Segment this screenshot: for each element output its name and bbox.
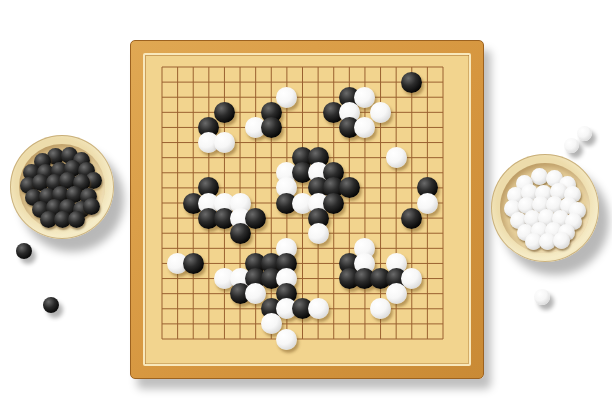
loose-white-stone[interactable] bbox=[577, 126, 592, 141]
black-bowl-stone[interactable] bbox=[68, 211, 85, 228]
loose-white-stone[interactable] bbox=[534, 289, 550, 305]
white-stone[interactable] bbox=[276, 87, 297, 108]
black-stone[interactable] bbox=[230, 223, 251, 244]
black-stone[interactable] bbox=[401, 72, 422, 93]
white-stone[interactable] bbox=[417, 193, 438, 214]
white-stone[interactable] bbox=[370, 102, 391, 123]
black-stone[interactable] bbox=[245, 208, 266, 229]
loose-white-stone[interactable] bbox=[564, 138, 579, 153]
black-bowl-stone[interactable] bbox=[83, 198, 100, 215]
white-stone-bowl[interactable] bbox=[491, 154, 599, 262]
white-bowl-stone[interactable] bbox=[553, 232, 570, 249]
white-stone[interactable] bbox=[308, 223, 329, 244]
white-stone[interactable] bbox=[214, 132, 235, 153]
black-stone[interactable] bbox=[261, 117, 282, 138]
go-scene bbox=[0, 0, 612, 416]
black-stone-bowl[interactable] bbox=[10, 135, 114, 239]
board-surface bbox=[143, 53, 471, 366]
go-board bbox=[130, 40, 484, 379]
board-grid[interactable] bbox=[162, 67, 443, 339]
white-stone[interactable] bbox=[386, 147, 407, 168]
white-bowl-stone[interactable] bbox=[531, 168, 548, 185]
black-stone[interactable] bbox=[214, 102, 235, 123]
white-stone[interactable] bbox=[386, 283, 407, 304]
black-stone[interactable] bbox=[183, 253, 204, 274]
black-stone[interactable] bbox=[323, 193, 344, 214]
black-stone[interactable] bbox=[401, 208, 422, 229]
loose-black-stone[interactable] bbox=[43, 297, 59, 313]
loose-black-stone[interactable] bbox=[16, 243, 32, 259]
white-stone[interactable] bbox=[308, 298, 329, 319]
white-stone[interactable] bbox=[276, 329, 297, 350]
